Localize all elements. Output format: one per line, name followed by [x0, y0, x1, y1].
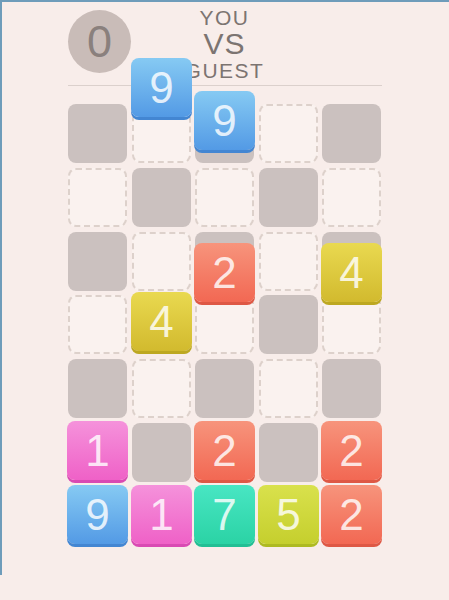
board-cell-empty[interactable]: [322, 295, 381, 354]
board-cell-empty[interactable]: [195, 295, 254, 354]
tile-4: 4: [131, 292, 192, 351]
tile-1: 1: [67, 421, 128, 480]
board-cell-gray[interactable]: [322, 359, 381, 418]
board-cell-empty[interactable]: [259, 359, 318, 418]
left-accent-border: [0, 0, 2, 575]
top-accent-border: [0, 0, 449, 2]
tile-2: 2: [321, 421, 382, 480]
tile-7: 7: [194, 485, 255, 544]
board-cell-gray[interactable]: [259, 168, 318, 227]
game-screen: 0 YOU VS GUEST 9924412291752: [0, 0, 449, 600]
board-cell-empty[interactable]: [259, 104, 318, 163]
board-cell-gray[interactable]: [132, 423, 191, 482]
tile-2: 2: [194, 243, 255, 302]
board-cell-empty[interactable]: [195, 168, 254, 227]
board-cell-empty[interactable]: [68, 168, 127, 227]
tile-2: 2: [321, 485, 382, 544]
board-cell-empty[interactable]: [259, 232, 318, 291]
board-cell-gray[interactable]: [259, 423, 318, 482]
board-cell-gray[interactable]: [132, 168, 191, 227]
game-board: 9924412291752: [0, 0, 449, 600]
tile-5: 5: [258, 485, 319, 544]
tile-2: 2: [194, 421, 255, 480]
board-cell-gray[interactable]: [195, 359, 254, 418]
board-cell-empty[interactable]: [132, 232, 191, 291]
board-cell-gray[interactable]: [259, 295, 318, 354]
board-cell-gray[interactable]: [68, 232, 127, 291]
board-cell-gray[interactable]: [68, 104, 127, 163]
tile-4: 4: [321, 243, 382, 302]
tile-1: 1: [131, 485, 192, 544]
board-cell-empty[interactable]: [132, 359, 191, 418]
tile-9[interactable]: 9: [131, 58, 192, 117]
tile-9[interactable]: 9: [194, 91, 255, 150]
board-cell-empty[interactable]: [322, 168, 381, 227]
tile-9: 9: [67, 485, 128, 544]
board-cell-empty[interactable]: [68, 295, 127, 354]
board-cell-gray[interactable]: [68, 359, 127, 418]
board-cell-gray[interactable]: [322, 104, 381, 163]
